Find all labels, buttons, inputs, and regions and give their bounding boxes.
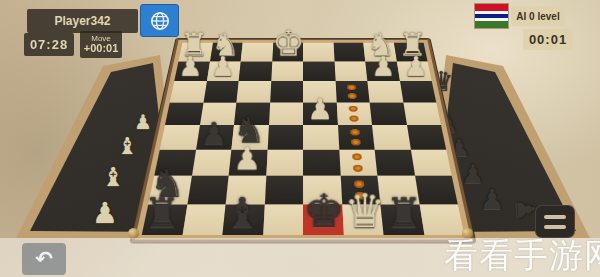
square-g6[interactable] — [191, 149, 231, 175]
gambia-flag — [475, 4, 508, 28]
move-trail-dot — [351, 129, 361, 135]
square-c5[interactable] — [338, 125, 375, 149]
square-a5[interactable] — [407, 125, 447, 149]
square-c2[interactable] — [334, 61, 367, 81]
square-g8[interactable] — [182, 204, 226, 235]
move-trail-dot — [349, 106, 358, 112]
flag-stripe — [475, 4, 508, 11]
ai-clock: 00:01 — [523, 29, 573, 50]
ai-clock-value: 00:01 — [529, 32, 567, 47]
square-b7[interactable] — [377, 176, 419, 204]
square-d6[interactable] — [303, 149, 340, 175]
move-trail-dot — [355, 192, 366, 200]
move-trail-dot — [348, 93, 357, 99]
piece-white-king: ♚ — [272, 25, 303, 61]
square-d7[interactable] — [303, 176, 342, 204]
square-g7[interactable] — [187, 176, 229, 204]
move-bonus-value: +00:01 — [84, 43, 119, 55]
square-f8[interactable]: ♝ — [222, 204, 264, 235]
captured-white-pawn: ♟ — [92, 199, 118, 228]
square-d5[interactable] — [303, 125, 339, 149]
move-trail-c5 — [338, 125, 375, 149]
watermark: 看看手游网 — [444, 233, 600, 277]
square-d8[interactable]: ♚ — [303, 204, 343, 235]
move-trail-dot — [351, 139, 361, 145]
square-c6[interactable] — [339, 149, 378, 175]
square-g2[interactable]: ♟ — [206, 61, 240, 81]
square-h1[interactable]: ♜ — [178, 43, 212, 62]
square-g1[interactable]: ♞ — [210, 43, 243, 62]
square-b1[interactable]: ♞ — [363, 43, 396, 62]
move-trail-dot — [353, 164, 363, 171]
square-c4[interactable] — [336, 102, 372, 125]
move-trail-c3 — [335, 81, 369, 102]
square-e1[interactable]: ♚ — [272, 43, 303, 62]
square-h5[interactable] — [160, 125, 200, 149]
square-f7[interactable] — [226, 176, 266, 204]
square-a8[interactable] — [419, 204, 464, 235]
square-c3[interactable] — [335, 81, 369, 102]
square-f5[interactable]: ♞ — [231, 125, 268, 149]
square-c1[interactable] — [333, 43, 365, 62]
square-a4[interactable] — [403, 102, 441, 125]
square-f3[interactable] — [236, 81, 270, 102]
square-f4[interactable] — [234, 102, 270, 125]
menu-icon — [544, 225, 566, 229]
square-h7[interactable]: ♞ — [148, 176, 191, 204]
square-b5[interactable] — [372, 125, 410, 149]
square-h4[interactable] — [165, 102, 203, 125]
square-g3[interactable] — [203, 81, 239, 102]
undo-button[interactable]: ↶ — [22, 243, 66, 275]
square-e3[interactable] — [270, 81, 303, 102]
square-e6[interactable] — [266, 149, 303, 175]
move-trail-dot — [350, 115, 359, 121]
move-trail-c4 — [336, 102, 372, 125]
square-h8[interactable]: ♜ — [142, 204, 187, 235]
square-b2[interactable]: ♟ — [365, 61, 399, 81]
move-bonus-badge: Move +00:01 — [80, 31, 122, 58]
square-a7[interactable] — [415, 176, 458, 204]
square-f1[interactable] — [241, 43, 273, 62]
square-e8[interactable] — [263, 204, 303, 235]
captured-white-bishop: ♝ — [101, 164, 124, 190]
square-h2[interactable]: ♟ — [174, 61, 209, 81]
piece-white-knight: ♞ — [210, 29, 241, 61]
board-scene: ♜♞♚♞♜♟♟♟♟♟♟♞♟♞♜♝♚♛♜ — [157, 0, 449, 271]
square-e2[interactable] — [271, 61, 303, 81]
globe-button[interactable] — [140, 4, 179, 37]
ai-level-badge: AI 0 level — [511, 6, 565, 26]
game-stage: ♟♝♝♟♛♟♟♟♟♟♟♟ ♜♞♚♞♜♟♟♟♟♟♟♞♟♞♜♝♚♛♜ Player3… — [0, 0, 600, 277]
square-d3[interactable] — [303, 81, 336, 102]
move-trail-c7 — [340, 176, 380, 204]
undo-arrow-icon: ↶ — [35, 247, 53, 271]
move-trail-c6 — [339, 149, 378, 175]
board-frame: ♜♞♚♞♜♟♟♟♟♟♟♞♟♞♜♝♚♛♜ — [131, 39, 476, 243]
square-e7[interactable] — [264, 176, 303, 204]
square-e4[interactable] — [269, 102, 304, 125]
square-c8[interactable]: ♛ — [342, 204, 384, 235]
move-trail-dot — [352, 153, 362, 160]
square-a2[interactable]: ♟ — [396, 61, 431, 81]
menu-icon — [544, 215, 566, 219]
move-trail-dot — [347, 84, 356, 89]
globe-icon — [149, 10, 171, 32]
square-d1[interactable] — [303, 43, 334, 62]
square-b6[interactable] — [375, 149, 415, 175]
captured-white-pawn: ♟ — [134, 112, 152, 132]
flag-stripe — [475, 21, 508, 28]
square-b3[interactable] — [367, 81, 403, 102]
square-c7[interactable] — [340, 176, 380, 204]
square-b4[interactable] — [370, 102, 407, 125]
player-clock: 07:28 — [24, 33, 74, 56]
square-f6[interactable]: ♟ — [229, 149, 268, 175]
square-b8[interactable]: ♜ — [380, 204, 424, 235]
square-g5[interactable]: ♟ — [196, 125, 234, 149]
square-a1[interactable]: ♜ — [393, 43, 427, 62]
piece-black-knight: ♞ — [148, 164, 187, 203]
player-name: Player342 — [54, 14, 110, 28]
square-d4[interactable]: ♟ — [303, 102, 338, 125]
square-f2[interactable] — [239, 61, 272, 81]
square-e5[interactable] — [267, 125, 303, 149]
chess-board: ♜♞♚♞♜♟♟♟♟♟♟♞♟♞♜♝♚♛♜ — [142, 43, 464, 235]
watermark-text: 看看手游网 — [444, 235, 600, 275]
captured-white-bishop: ♝ — [117, 135, 138, 158]
square-h6[interactable] — [154, 149, 195, 175]
piece-white-pawn: ♟ — [303, 95, 338, 124]
piece-white-rook: ♜ — [396, 29, 427, 61]
piece-black-knight: ♞ — [231, 112, 267, 148]
piece-white-pawn: ♟ — [229, 144, 266, 175]
square-a6[interactable] — [410, 149, 451, 175]
square-h3[interactable] — [170, 81, 207, 102]
captured-black-pawn: ♟ — [479, 186, 504, 214]
square-a3[interactable] — [400, 81, 437, 102]
player-clock-value: 07:28 — [30, 37, 68, 52]
square-g4[interactable] — [200, 102, 237, 125]
ai-level-label: AI 0 level — [516, 11, 559, 22]
piece-white-knight: ♞ — [365, 29, 396, 61]
move-trail-dot — [354, 180, 364, 187]
piece-white-rook: ♜ — [178, 29, 209, 61]
square-d2[interactable] — [303, 61, 335, 81]
player-name-badge: Player342 — [27, 9, 138, 33]
